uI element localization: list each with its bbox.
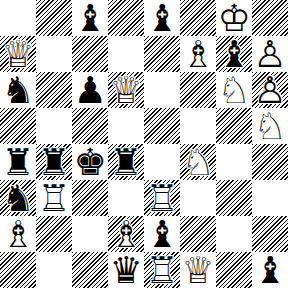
black-knight-backdrop: ♞ — [0, 180, 36, 216]
square-b6[interactable] — [36, 72, 72, 108]
square-g3[interactable] — [216, 180, 252, 216]
black-queen-backdrop: ♛ — [108, 252, 144, 288]
chess-board: ♝♝♝♝♚♔♛♕♝♗♝♝♟♙♞♞♟♟♛♕♞♘♟♙♞♘♜♜♜♜♚♚♜♜♞♘♞♞♜♖… — [0, 0, 288, 288]
square-h5[interactable]: ♞♘ — [252, 108, 288, 144]
piece-white-queen: ♕ — [0, 36, 36, 72]
square-h2[interactable] — [252, 216, 288, 252]
square-f7[interactable]: ♝♗ — [180, 36, 216, 72]
piece-white-knight: ♘ — [252, 108, 288, 144]
piece-white-king: ♔ — [216, 0, 252, 36]
square-b7[interactable] — [36, 36, 72, 72]
square-f5[interactable] — [180, 108, 216, 144]
square-d5[interactable] — [108, 108, 144, 144]
square-b2[interactable] — [36, 216, 72, 252]
square-e8[interactable]: ♝♝ — [144, 0, 180, 36]
square-a2[interactable]: ♝♗ — [0, 216, 36, 252]
black-bishop-backdrop: ♝ — [216, 36, 252, 72]
piece-white-pawn: ♙ — [252, 72, 288, 108]
square-b1[interactable] — [36, 252, 72, 288]
square-h4[interactable] — [252, 144, 288, 180]
square-d8[interactable] — [108, 0, 144, 36]
piece-black-rook: ♜ — [36, 144, 72, 180]
square-h7[interactable]: ♟♙ — [252, 36, 288, 72]
square-c4[interactable]: ♚♚ — [72, 144, 108, 180]
piece-white-rook: ♖ — [144, 180, 180, 216]
piece-black-rook: ♜ — [0, 144, 36, 180]
black-bishop-backdrop: ♝ — [72, 0, 108, 36]
square-d3[interactable] — [108, 180, 144, 216]
piece-black-knight: ♞ — [0, 180, 36, 216]
piece-black-bishop: ♝ — [144, 0, 180, 36]
piece-white-rook: ♖ — [144, 252, 180, 288]
square-c1[interactable] — [72, 252, 108, 288]
piece-black-queen: ♛ — [108, 252, 144, 288]
black-pawn-backdrop: ♟ — [72, 72, 108, 108]
square-h1[interactable]: ♝♝ — [252, 252, 288, 288]
piece-white-bishop: ♗ — [180, 36, 216, 72]
square-a4[interactable]: ♜♜ — [0, 144, 36, 180]
square-g5[interactable] — [216, 108, 252, 144]
white-queen-backdrop: ♛ — [108, 72, 144, 108]
black-rook-backdrop: ♜ — [108, 144, 144, 180]
square-b4[interactable]: ♜♜ — [36, 144, 72, 180]
piece-black-bishop: ♝ — [216, 36, 252, 72]
square-d6[interactable]: ♛♕ — [108, 72, 144, 108]
piece-white-knight: ♘ — [216, 72, 252, 108]
piece-black-bishop: ♝ — [252, 252, 288, 288]
piece-white-queen: ♕ — [180, 252, 216, 288]
square-g7[interactable]: ♝♝ — [216, 36, 252, 72]
white-queen-backdrop: ♛ — [0, 36, 36, 72]
piece-white-queen: ♕ — [108, 72, 144, 108]
square-a5[interactable] — [0, 108, 36, 144]
square-f2[interactable] — [180, 216, 216, 252]
white-pawn-backdrop: ♟ — [252, 72, 288, 108]
square-a7[interactable]: ♛♕ — [0, 36, 36, 72]
square-g2[interactable] — [216, 216, 252, 252]
square-f8[interactable] — [180, 0, 216, 36]
square-f1[interactable]: ♛♕ — [180, 252, 216, 288]
white-rook-backdrop: ♜ — [36, 180, 72, 216]
square-c2[interactable] — [72, 216, 108, 252]
square-h6[interactable]: ♟♙ — [252, 72, 288, 108]
square-a1[interactable] — [0, 252, 36, 288]
white-rook-backdrop: ♜ — [144, 252, 180, 288]
piece-black-bishop: ♝ — [144, 216, 180, 252]
square-g1[interactable] — [216, 252, 252, 288]
square-g6[interactable]: ♞♘ — [216, 72, 252, 108]
square-a3[interactable]: ♞♞ — [0, 180, 36, 216]
square-g4[interactable] — [216, 144, 252, 180]
square-c3[interactable] — [72, 180, 108, 216]
black-bishop-backdrop: ♝ — [252, 252, 288, 288]
piece-white-rook: ♖ — [36, 180, 72, 216]
square-d1[interactable]: ♛♛ — [108, 252, 144, 288]
black-king-backdrop: ♚ — [72, 144, 108, 180]
square-e7[interactable] — [144, 36, 180, 72]
square-f3[interactable] — [180, 180, 216, 216]
square-e6[interactable] — [144, 72, 180, 108]
white-bishop-backdrop: ♝ — [108, 216, 144, 252]
square-e5[interactable] — [144, 108, 180, 144]
square-a6[interactable]: ♞♞ — [0, 72, 36, 108]
black-bishop-backdrop: ♝ — [144, 0, 180, 36]
square-c7[interactable] — [72, 36, 108, 72]
square-e3[interactable]: ♜♖ — [144, 180, 180, 216]
square-c6[interactable]: ♟♟ — [72, 72, 108, 108]
square-b8[interactable] — [36, 0, 72, 36]
square-f4[interactable]: ♞♘ — [180, 144, 216, 180]
square-d4[interactable]: ♜♜ — [108, 144, 144, 180]
white-knight-backdrop: ♞ — [216, 72, 252, 108]
piece-white-bishop: ♗ — [0, 216, 36, 252]
black-knight-backdrop: ♞ — [0, 72, 36, 108]
piece-black-knight: ♞ — [0, 72, 36, 108]
white-king-backdrop: ♚ — [216, 0, 252, 36]
white-pawn-backdrop: ♟ — [252, 36, 288, 72]
white-rook-backdrop: ♜ — [144, 180, 180, 216]
black-bishop-backdrop: ♝ — [144, 216, 180, 252]
black-rook-backdrop: ♜ — [36, 144, 72, 180]
square-d2[interactable]: ♝♗ — [108, 216, 144, 252]
square-b5[interactable] — [36, 108, 72, 144]
square-e2[interactable]: ♝♝ — [144, 216, 180, 252]
square-g8[interactable]: ♚♔ — [216, 0, 252, 36]
square-f6[interactable] — [180, 72, 216, 108]
square-c5[interactable] — [72, 108, 108, 144]
square-c8[interactable]: ♝♝ — [72, 0, 108, 36]
black-rook-backdrop: ♜ — [0, 144, 36, 180]
white-knight-backdrop: ♞ — [180, 144, 216, 180]
white-knight-backdrop: ♞ — [252, 108, 288, 144]
square-e4[interactable] — [144, 144, 180, 180]
piece-black-pawn: ♟ — [72, 72, 108, 108]
white-queen-backdrop: ♛ — [180, 252, 216, 288]
piece-black-bishop: ♝ — [72, 0, 108, 36]
piece-white-bishop: ♗ — [108, 216, 144, 252]
white-bishop-backdrop: ♝ — [0, 216, 36, 252]
square-h8[interactable] — [252, 0, 288, 36]
piece-black-king: ♚ — [72, 144, 108, 180]
piece-black-rook: ♜ — [108, 144, 144, 180]
square-a8[interactable] — [0, 0, 36, 36]
square-d7[interactable] — [108, 36, 144, 72]
piece-white-pawn: ♙ — [252, 36, 288, 72]
square-b3[interactable]: ♜♖ — [36, 180, 72, 216]
square-h3[interactable] — [252, 180, 288, 216]
piece-white-knight: ♘ — [180, 144, 216, 180]
white-bishop-backdrop: ♝ — [180, 36, 216, 72]
square-e1[interactable]: ♜♖ — [144, 252, 180, 288]
